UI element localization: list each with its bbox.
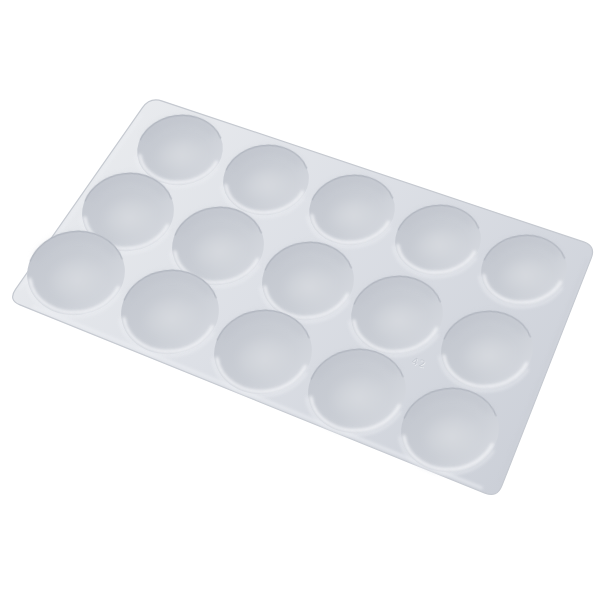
- tray-scene: 4242: [0, 0, 600, 600]
- product-photo: 4242: [0, 0, 600, 600]
